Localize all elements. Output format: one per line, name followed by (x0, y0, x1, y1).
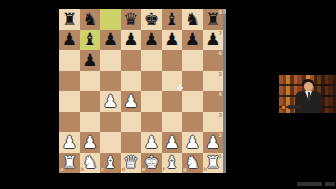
webcam-logo-badge (281, 105, 286, 110)
piece-black-pawn[interactable]: ♟ (203, 30, 224, 51)
piece-white-pawn[interactable]: ♟ (203, 132, 224, 153)
piece-white-bishop[interactable]: ♝ (162, 153, 183, 174)
square-g4[interactable] (182, 91, 203, 112)
square-d7[interactable]: ♟ (121, 30, 142, 51)
square-f8[interactable]: ♝ (162, 9, 183, 30)
piece-black-bishop[interactable]: ♝ (80, 30, 101, 51)
piece-black-queen[interactable]: ♛ (121, 9, 142, 30)
piece-white-bishop[interactable]: ♝ (100, 153, 121, 174)
square-h5[interactable]: 5 (203, 71, 224, 92)
square-g7[interactable]: ♟ (182, 30, 203, 51)
square-d5[interactable] (121, 71, 142, 92)
piece-white-pawn[interactable]: ♟ (121, 91, 142, 112)
square-b1[interactable]: b♞ (80, 153, 101, 174)
webcam-badge-text (288, 105, 301, 109)
square-d3[interactable] (121, 112, 142, 133)
piece-black-pawn[interactable]: ♟ (80, 50, 101, 71)
square-e4[interactable] (141, 91, 162, 112)
piece-white-pawn[interactable]: ♟ (182, 132, 203, 153)
square-e1[interactable]: e♚ (141, 153, 162, 174)
square-d8[interactable]: ♛ (121, 9, 142, 30)
square-f6[interactable] (162, 50, 183, 71)
square-c2[interactable] (100, 132, 121, 153)
piece-white-king[interactable]: ♚ (141, 153, 162, 174)
piece-white-pawn[interactable]: ♟ (100, 91, 121, 112)
piece-white-pawn[interactable]: ♟ (80, 132, 101, 153)
square-a2[interactable]: ♟ (59, 132, 80, 153)
piece-white-rook[interactable]: ♜ (59, 153, 80, 174)
piece-black-pawn[interactable]: ♟ (162, 30, 183, 51)
rank-label-4: 4 (219, 92, 222, 97)
square-g2[interactable]: ♟ (182, 132, 203, 153)
square-b4[interactable] (80, 91, 101, 112)
square-g8[interactable]: ♞ (182, 9, 203, 30)
piece-black-king[interactable]: ♚ (141, 9, 162, 30)
square-b6[interactable]: ♟ (80, 50, 101, 71)
square-a5[interactable] (59, 71, 80, 92)
streamer-face (304, 82, 313, 91)
piece-black-rook[interactable]: ♜ (203, 9, 224, 30)
square-b7[interactable]: ♝ (80, 30, 101, 51)
piece-black-pawn[interactable]: ♟ (182, 30, 203, 51)
square-a1[interactable]: a♜ (59, 153, 80, 174)
square-f2[interactable]: ♟ (162, 132, 183, 153)
streamer-tie (308, 92, 310, 100)
board-right-edge-scrollbar[interactable] (223, 9, 226, 173)
square-c4[interactable]: ♟ (100, 91, 121, 112)
piece-black-knight[interactable]: ♞ (80, 9, 101, 30)
square-e7[interactable]: ♟ (141, 30, 162, 51)
square-a3[interactable] (59, 112, 80, 133)
square-h3[interactable]: 3 (203, 112, 224, 133)
square-h6[interactable]: 6 (203, 50, 224, 71)
webcam-video (279, 75, 336, 113)
piece-white-rook[interactable]: ♜ (203, 153, 224, 174)
piece-white-knight[interactable]: ♞ (80, 153, 101, 174)
square-d2[interactable] (121, 132, 142, 153)
square-h1[interactable]: 1h♜ (203, 153, 224, 174)
square-f1[interactable]: f♝ (162, 153, 183, 174)
square-g3[interactable] (182, 112, 203, 133)
rank-label-5: 5 (219, 72, 222, 77)
square-e6[interactable] (141, 50, 162, 71)
square-d1[interactable]: d♛ (121, 153, 142, 174)
piece-black-pawn[interactable]: ♟ (121, 30, 142, 51)
square-d4[interactable]: ♟ (121, 91, 142, 112)
square-a6[interactable] (59, 50, 80, 71)
piece-white-pawn[interactable]: ♟ (162, 132, 183, 153)
square-c7[interactable]: ♟ (100, 30, 121, 51)
square-c6[interactable] (100, 50, 121, 71)
square-g5[interactable] (182, 71, 203, 92)
scrollbar-thumb[interactable] (223, 9, 226, 14)
square-h8[interactable]: 8♜ (203, 9, 224, 30)
watermark-text (297, 182, 335, 186)
square-b8[interactable]: ♞ (80, 9, 101, 30)
piece-black-pawn[interactable]: ♟ (141, 30, 162, 51)
piece-white-queen[interactable]: ♛ (121, 153, 142, 174)
square-h7[interactable]: 7♟ (203, 30, 224, 51)
square-a8[interactable]: ♜ (59, 9, 80, 30)
square-e3[interactable] (141, 112, 162, 133)
square-c3[interactable] (100, 112, 121, 133)
stream-frame: ♜♞♛♚♝♞8♜♟♝♟♟♟♟♟7♟♟65♟♟43♟♟♟♟♟2♟a♜b♞c♝d♛e… (0, 0, 336, 189)
chess-board: ♜♞♛♚♝♞8♜♟♝♟♟♟♟♟7♟♟65♟♟43♟♟♟♟♟2♟a♜b♞c♝d♛e… (59, 9, 223, 173)
piece-black-knight[interactable]: ♞ (182, 9, 203, 30)
piece-black-pawn[interactable]: ♟ (100, 30, 121, 51)
square-a7[interactable]: ♟ (59, 30, 80, 51)
square-c5[interactable] (100, 71, 121, 92)
piece-black-rook[interactable]: ♜ (59, 9, 80, 30)
rank-label-3: 3 (219, 113, 222, 118)
square-c1[interactable]: c♝ (100, 153, 121, 174)
square-h2[interactable]: 2♟ (203, 132, 224, 153)
square-e2[interactable]: ♟ (141, 132, 162, 153)
piece-white-pawn[interactable]: ♟ (141, 132, 162, 153)
square-f3[interactable] (162, 112, 183, 133)
square-b5[interactable] (80, 71, 101, 92)
square-b2[interactable]: ♟ (80, 132, 101, 153)
rank-label-6: 6 (219, 51, 222, 56)
square-b3[interactable] (80, 112, 101, 133)
square-f4[interactable] (162, 91, 183, 112)
square-c8[interactable] (100, 9, 121, 30)
piece-white-pawn[interactable]: ♟ (59, 132, 80, 153)
square-a4[interactable] (59, 91, 80, 112)
square-d6[interactable] (121, 50, 142, 71)
mouse-cursor-crosshair-icon (177, 85, 183, 91)
piece-white-knight[interactable]: ♞ (182, 153, 203, 174)
square-f7[interactable]: ♟ (162, 30, 183, 51)
piece-black-pawn[interactable]: ♟ (59, 30, 80, 51)
square-h4[interactable]: 4 (203, 91, 224, 112)
square-g1[interactable]: g♞ (182, 153, 203, 174)
piece-black-bishop[interactable]: ♝ (162, 9, 183, 30)
square-e8[interactable]: ♚ (141, 9, 162, 30)
square-e5[interactable] (141, 71, 162, 92)
square-g6[interactable] (182, 50, 203, 71)
